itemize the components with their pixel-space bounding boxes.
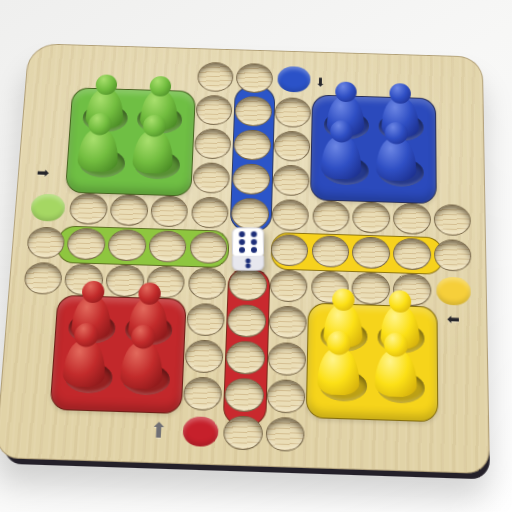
track-hole-r5c10 (393, 203, 430, 235)
peg-head (389, 290, 411, 313)
peg-head (330, 120, 353, 143)
red-start-circle (182, 416, 219, 448)
track-hole-r11c7 (265, 417, 305, 452)
dice-top-face (232, 227, 264, 256)
dice-front-face (232, 256, 264, 271)
red-peg-4[interactable] (120, 324, 165, 389)
cell-r9c7 (266, 340, 309, 378)
peg-head (389, 83, 410, 104)
green-home-hole-r6c3 (107, 229, 146, 262)
cell-r6c1 (24, 224, 67, 261)
yellow-direction-arrow: ⬅ (433, 300, 475, 338)
track-hole-r11c6 (223, 415, 263, 450)
green-home-hole-r6c5 (189, 231, 228, 264)
photo-stage: ⬇➡⬅⬆ (0, 0, 512, 512)
cell-r1c11 (431, 67, 471, 101)
cell-r5c10 (392, 201, 433, 237)
cell-r6c3 (106, 227, 149, 264)
cell-r4c7 (271, 163, 312, 199)
cell-r5c9 (351, 200, 392, 236)
green-peg-3[interactable] (77, 113, 120, 173)
dice-pip (239, 239, 245, 245)
track-hole-r5c11 (434, 204, 472, 236)
track-hole-r5c9 (353, 201, 390, 233)
cell-r7c5 (186, 265, 228, 302)
blue-home-hole-r5c6 (231, 198, 269, 230)
track-hole-r9c5 (184, 339, 224, 373)
cell-r5c2 (67, 191, 110, 227)
peg-head (327, 331, 351, 356)
cell-r11c8 (306, 416, 349, 456)
cell-r6c4 (146, 228, 188, 265)
cell-r2c5 (193, 93, 234, 128)
cell-r8c6 (225, 302, 267, 340)
green-peg-4[interactable] (132, 114, 175, 174)
cell-r11c7 (264, 415, 307, 455)
cell-r11c3 (94, 409, 138, 448)
peg-head (384, 332, 408, 357)
yellow-home-hole-r6c10 (393, 238, 431, 271)
yellow-base (306, 303, 439, 423)
track-hole-r3c7 (273, 130, 310, 161)
cell-r9c11 (433, 345, 475, 383)
track-hole-r1c5 (197, 62, 234, 93)
cell-r9c5 (182, 337, 225, 375)
cell-r5c5 (189, 195, 231, 231)
cell-r4c6 (231, 161, 272, 197)
cell-r2c11 (431, 100, 471, 135)
cell-r10c7 (265, 377, 308, 416)
cell-r6c5 (187, 229, 229, 266)
red-peg-3[interactable] (62, 322, 108, 387)
cell-r3c6 (232, 127, 273, 162)
yellow-home-hole-r6c7 (271, 234, 309, 267)
cell-r11c6 (221, 413, 264, 453)
cell-r1c1 (37, 55, 79, 89)
cell-r11c9 (349, 417, 392, 457)
cell-r8c5 (184, 301, 227, 339)
yellow-home-hole-r6c9 (352, 236, 390, 269)
cell-r6c7 (269, 232, 311, 269)
cell-r7c7 (268, 267, 310, 304)
dice-pip (239, 231, 245, 237)
cell-r5c3 (108, 192, 150, 228)
cell-r11c10 (391, 419, 434, 459)
cell-r10c11 (433, 382, 475, 421)
cell-r6c11 (432, 237, 473, 274)
blue-peg-3[interactable] (321, 120, 362, 180)
cell-r3c11 (432, 133, 472, 168)
track-hole-r5c5 (190, 196, 228, 228)
blue-home-hole-r2c6 (235, 96, 272, 127)
track-hole-r7c7 (270, 269, 308, 302)
red-direction-arrow: ⬆ (137, 411, 181, 451)
cell-r5c8 (310, 198, 351, 234)
track-hole-r5c3 (109, 194, 148, 226)
cell-r8c7 (267, 303, 309, 341)
track-hole-r6c11 (434, 239, 472, 272)
cell-r5c4 (148, 193, 190, 229)
cell-r6c2 (65, 226, 108, 263)
cell-r11c11 (433, 420, 476, 460)
track-hole-r4c5 (192, 162, 230, 194)
cell-r3c5 (192, 126, 233, 161)
red-home-hole-r7c6 (228, 268, 267, 301)
cell-r6c8 (310, 233, 351, 270)
track-hole-r10c7 (267, 379, 306, 414)
dice-pip (239, 247, 245, 253)
dice-pip (251, 239, 257, 245)
peg-head (335, 81, 357, 102)
track-hole-r1c6 (236, 63, 273, 94)
blue-home-hole-r4c6 (232, 163, 270, 195)
track-hole-r2c5 (195, 95, 233, 126)
blue-base (310, 95, 437, 205)
track-hole-r4c7 (272, 164, 310, 196)
dice[interactable] (232, 227, 264, 270)
cell-r10c5 (181, 374, 224, 413)
cell-r11c5 (179, 412, 223, 452)
track-hole-r5c8 (312, 200, 350, 232)
track-hole-r5c2 (69, 193, 108, 225)
cell-r1c6 (234, 61, 274, 95)
green-base (65, 87, 196, 196)
blue-peg-4[interactable] (376, 122, 416, 182)
cell-r5c7 (270, 197, 311, 233)
red-base (50, 295, 187, 414)
red-home-hole-r9c6 (226, 341, 265, 375)
track-hole-r7c5 (187, 267, 226, 300)
green-home-hole-r6c2 (67, 228, 106, 261)
track-hole-r8c5 (186, 303, 225, 337)
track-hole-r5c7 (272, 199, 310, 231)
corner-bases (29, 44, 481, 57)
cell-r6c9 (351, 234, 392, 271)
green-start-circle (30, 193, 66, 222)
cell-r6c10 (392, 236, 433, 273)
ludo-board: ⬇➡⬅⬆ (0, 43, 490, 474)
cell-r11c1 (10, 407, 55, 446)
cell-r4c11 (432, 167, 473, 203)
cell-r7c1 (21, 260, 65, 297)
blue-home-hole-r3c6 (233, 129, 271, 160)
dice-pip (251, 247, 257, 253)
cell-r2c6 (233, 94, 274, 129)
peg-head (385, 122, 408, 145)
cell-r10c6 (223, 376, 266, 415)
track-hole-r5c4 (150, 195, 189, 227)
track-hole-r9c7 (268, 342, 307, 376)
green-direction-arrow: ➡ (22, 155, 65, 191)
cell-r2c7 (273, 95, 313, 130)
cell-r7c6 (227, 266, 269, 303)
yellow-peg-3[interactable] (317, 330, 359, 395)
yellow-home-hole-r6c8 (311, 235, 349, 268)
red-home-hole-r10c6 (224, 378, 264, 413)
dice-pip (251, 231, 257, 237)
track-hole-r3c5 (194, 128, 232, 159)
dice-pip (246, 263, 251, 268)
cell-r11c2 (52, 408, 97, 447)
cell-r5c11 (432, 202, 473, 238)
track-hole-r7c1 (23, 262, 63, 295)
track-hole-r6c1 (26, 226, 66, 259)
red-home-hole-r8c6 (227, 304, 266, 338)
cell-r1c5 (195, 60, 236, 94)
cell-r5c1 (27, 190, 70, 226)
cell-r9c6 (224, 339, 267, 377)
peg-head (332, 288, 355, 311)
green-home-hole-r6c4 (148, 230, 187, 263)
cell-r3c7 (272, 129, 313, 164)
track-hole-r10c5 (182, 376, 222, 411)
cell-r4c5 (190, 160, 231, 196)
yellow-peg-4[interactable] (375, 332, 417, 397)
track-hole-r2c7 (274, 97, 311, 128)
track-hole-r8c7 (269, 305, 308, 339)
